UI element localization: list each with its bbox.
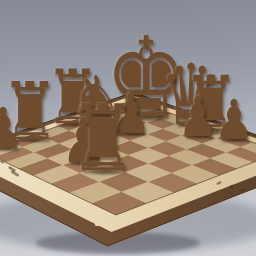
chess-board[interactable] — [0, 0, 256, 256]
scene-background: ♚♛♜♜♟♞♟♜♟♟♟♜ — [0, 0, 256, 256]
wood-plug-dot — [95, 222, 99, 226]
